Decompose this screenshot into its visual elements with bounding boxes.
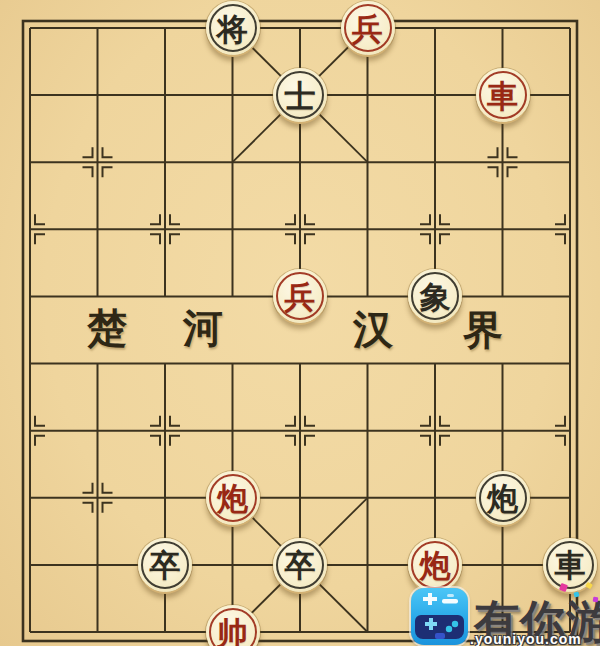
xiangqi-board: 楚 河 汉 界 将兵士車兵象炮炮卒卒炮車帅 有你游 .youniyou.com [0,0,600,646]
youniyou-logo-gamepad-icon [411,588,468,645]
piece-black-soldier-1[interactable]: 卒 [138,538,192,592]
piece-black-general[interactable]: 将 [206,1,260,55]
piece-glyph: 兵 [285,282,316,313]
river-label-jie: 界 [463,303,503,358]
piece-glyph: 帅 [217,618,248,646]
piece-glyph: 象 [420,282,451,313]
piece-glyph: 炮 [217,483,248,514]
piece-black-advisor[interactable]: 士 [273,68,327,122]
piece-red-cannon-2[interactable]: 炮 [408,538,462,592]
piece-glyph: 士 [285,81,316,112]
piece-glyph: 炮 [420,550,451,581]
piece-glyph: 車 [487,81,518,112]
piece-red-cannon-1[interactable]: 炮 [206,471,260,525]
piece-glyph: 卒 [285,550,316,581]
piece-glyph: 将 [217,14,248,45]
river-label-he: 河 [183,301,223,356]
piece-glyph: 兵 [352,14,383,45]
piece-glyph: 車 [555,550,586,581]
piece-red-chariot[interactable]: 車 [476,68,530,122]
piece-black-cannon[interactable]: 炮 [476,471,530,525]
river-label-han: 汉 [353,302,393,357]
piece-glyph: 卒 [150,550,181,581]
river-label-chu: 楚 [87,301,127,356]
piece-black-soldier-2[interactable]: 卒 [273,538,327,592]
confetti-dot [593,597,599,603]
watermark-domain-text: .youniyou.com [470,631,582,646]
piece-glyph: 炮 [487,483,518,514]
piece-red-soldier-1[interactable]: 兵 [341,1,395,55]
